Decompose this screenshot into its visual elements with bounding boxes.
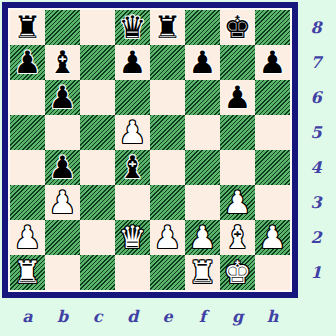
square-h8[interactable]: [255, 10, 290, 45]
square-g2[interactable]: ♝: [220, 220, 255, 255]
square-h6[interactable]: [255, 80, 290, 115]
square-h4[interactable]: [255, 150, 290, 185]
square-b4[interactable]: ♟: [45, 150, 80, 185]
square-b6[interactable]: ♟: [45, 80, 80, 115]
square-g5[interactable]: [220, 115, 255, 150]
square-f3[interactable]: [185, 185, 220, 220]
square-d3[interactable]: [115, 185, 150, 220]
square-e1[interactable]: [150, 255, 185, 290]
square-h3[interactable]: [255, 185, 290, 220]
square-e5[interactable]: [150, 115, 185, 150]
white-king[interactable]: ♚: [224, 255, 252, 290]
square-g8[interactable]: ♚: [220, 10, 255, 45]
white-pawn[interactable]: ♟: [154, 220, 182, 255]
black-pawn[interactable]: ♟: [259, 45, 287, 80]
square-f4[interactable]: [185, 150, 220, 185]
white-pawn[interactable]: ♟: [189, 220, 217, 255]
chess-app: ♜♛♜♚♟♝♟♟♟♟♟♟♟♝♟♟♟♛♟♟♝♟♜♜♚ abcdefgh 87654…: [0, 0, 336, 336]
file-label-c: c: [80, 301, 115, 331]
white-pawn[interactable]: ♟: [49, 185, 77, 220]
square-f8[interactable]: [185, 10, 220, 45]
square-c4[interactable]: [80, 150, 115, 185]
black-pawn[interactable]: ♟: [49, 80, 77, 115]
white-pawn[interactable]: ♟: [224, 185, 252, 220]
square-e6[interactable]: [150, 80, 185, 115]
white-bishop[interactable]: ♝: [224, 220, 252, 255]
rank-label-1: 1: [300, 255, 332, 290]
square-c6[interactable]: [80, 80, 115, 115]
square-c2[interactable]: [80, 220, 115, 255]
rank-label-6: 6: [300, 80, 332, 115]
square-a2[interactable]: ♟: [10, 220, 45, 255]
square-h5[interactable]: [255, 115, 290, 150]
black-pawn[interactable]: ♟: [119, 45, 147, 80]
board-frame: ♜♛♜♚♟♝♟♟♟♟♟♟♟♝♟♟♟♛♟♟♝♟♜♜♚: [2, 2, 298, 298]
square-e2[interactable]: ♟: [150, 220, 185, 255]
file-label-h: h: [255, 301, 290, 331]
black-rook[interactable]: ♜: [154, 10, 182, 45]
square-d2[interactable]: ♛: [115, 220, 150, 255]
square-b1[interactable]: [45, 255, 80, 290]
black-king[interactable]: ♚: [224, 10, 252, 45]
square-g7[interactable]: [220, 45, 255, 80]
black-bishop[interactable]: ♝: [49, 45, 77, 80]
square-a1[interactable]: ♜: [10, 255, 45, 290]
file-label-b: b: [45, 301, 80, 331]
white-rook[interactable]: ♜: [14, 255, 42, 290]
square-h2[interactable]: ♟: [255, 220, 290, 255]
square-a5[interactable]: [10, 115, 45, 150]
square-g3[interactable]: ♟: [220, 185, 255, 220]
square-b7[interactable]: ♝: [45, 45, 80, 80]
square-d7[interactable]: ♟: [115, 45, 150, 80]
file-label-a: a: [10, 301, 45, 331]
white-queen[interactable]: ♛: [119, 220, 147, 255]
square-a8[interactable]: ♜: [10, 10, 45, 45]
file-coordinates: abcdefgh: [10, 301, 290, 331]
white-pawn[interactable]: ♟: [259, 220, 287, 255]
rank-label-4: 4: [300, 150, 332, 185]
square-h1[interactable]: [255, 255, 290, 290]
rank-coordinates: 87654321: [300, 10, 332, 290]
square-g4[interactable]: [220, 150, 255, 185]
square-h7[interactable]: ♟: [255, 45, 290, 80]
square-c8[interactable]: [80, 10, 115, 45]
black-rook[interactable]: ♜: [14, 10, 42, 45]
square-e3[interactable]: [150, 185, 185, 220]
rank-label-7: 7: [300, 45, 332, 80]
square-d8[interactable]: ♛: [115, 10, 150, 45]
square-e8[interactable]: ♜: [150, 10, 185, 45]
square-a7[interactable]: ♟: [10, 45, 45, 80]
square-g1[interactable]: ♚: [220, 255, 255, 290]
white-pawn[interactable]: ♟: [14, 220, 42, 255]
square-a4[interactable]: [10, 150, 45, 185]
square-d4[interactable]: ♝: [115, 150, 150, 185]
chess-board[interactable]: ♜♛♜♚♟♝♟♟♟♟♟♟♟♝♟♟♟♛♟♟♝♟♜♜♚: [10, 10, 290, 290]
square-f1[interactable]: ♜: [185, 255, 220, 290]
square-f6[interactable]: [185, 80, 220, 115]
file-label-e: e: [150, 301, 185, 331]
rank-label-5: 5: [300, 115, 332, 150]
square-g6[interactable]: ♟: [220, 80, 255, 115]
file-label-f: f: [185, 301, 220, 331]
rank-label-3: 3: [300, 185, 332, 220]
file-label-g: g: [220, 301, 255, 331]
black-queen[interactable]: ♛: [119, 10, 147, 45]
file-label-d: d: [115, 301, 150, 331]
square-e4[interactable]: [150, 150, 185, 185]
square-c5[interactable]: [80, 115, 115, 150]
square-c7[interactable]: [80, 45, 115, 80]
white-pawn[interactable]: ♟: [119, 115, 147, 150]
square-a6[interactable]: [10, 80, 45, 115]
square-d6[interactable]: [115, 80, 150, 115]
square-f7[interactable]: ♟: [185, 45, 220, 80]
black-pawn[interactable]: ♟: [224, 80, 252, 115]
black-pawn[interactable]: ♟: [14, 45, 42, 80]
black-bishop[interactable]: ♝: [119, 150, 147, 185]
square-a3[interactable]: [10, 185, 45, 220]
square-e7[interactable]: [150, 45, 185, 80]
black-pawn[interactable]: ♟: [189, 45, 217, 80]
square-b3[interactable]: ♟: [45, 185, 80, 220]
square-f2[interactable]: ♟: [185, 220, 220, 255]
white-rook[interactable]: ♜: [189, 255, 217, 290]
square-c3[interactable]: [80, 185, 115, 220]
rank-label-8: 8: [300, 10, 332, 45]
square-b5[interactable]: [45, 115, 80, 150]
square-f5[interactable]: [185, 115, 220, 150]
black-pawn[interactable]: ♟: [49, 150, 77, 185]
square-b2[interactable]: [45, 220, 80, 255]
square-b8[interactable]: [45, 10, 80, 45]
square-c1[interactable]: [80, 255, 115, 290]
rank-label-2: 2: [300, 220, 332, 255]
square-d5[interactable]: ♟: [115, 115, 150, 150]
square-d1[interactable]: [115, 255, 150, 290]
